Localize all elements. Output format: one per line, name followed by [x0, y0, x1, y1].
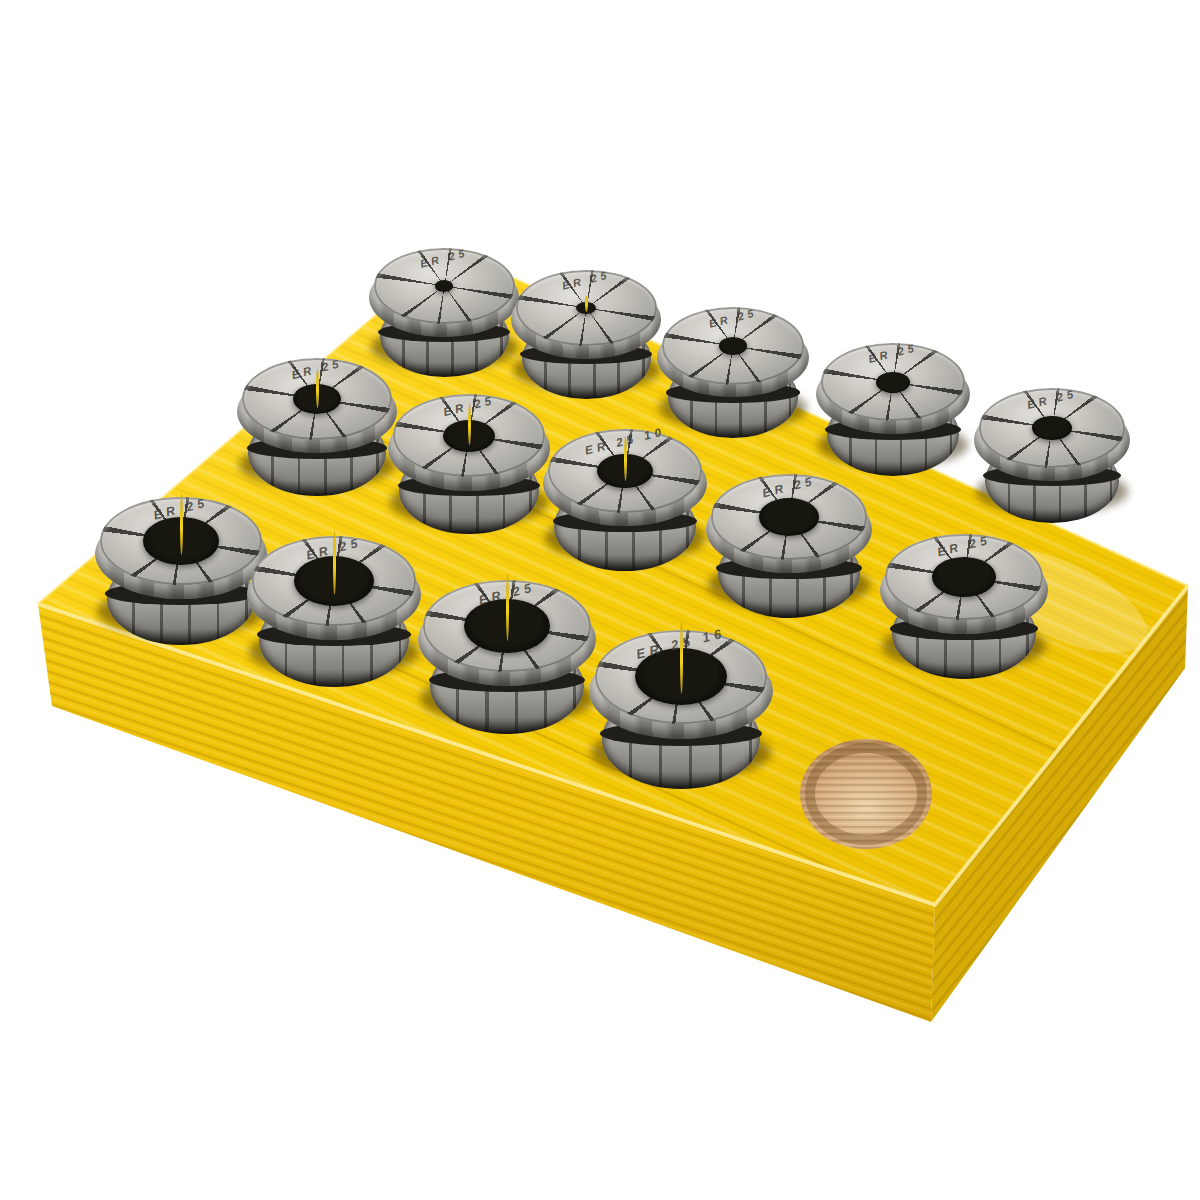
collet-r2c1: ER 25: [237, 358, 397, 502]
slot-gap-wood: [506, 573, 509, 642]
collet-layer: ER 25ER 25ER 25ER 25ER 25ER 25ER 25ER 25…: [0, 0, 1200, 1200]
collet-bore: [719, 337, 747, 354]
collet-r1c5: ER 25: [974, 388, 1130, 528]
collet-r3c1: ER 25: [95, 497, 267, 652]
slot-gap-wood: [680, 620, 683, 694]
collet-r1c2: ER 25: [511, 270, 661, 405]
collet-r3c2: ER 25: [247, 536, 421, 693]
collet-r3c3: ER 25: [418, 580, 596, 740]
collet-r2c2: ER 25: [388, 394, 550, 540]
collet-r2c5: ER 25: [880, 534, 1048, 685]
collet-bore: [435, 280, 453, 291]
collet-r2c4: ER 25: [706, 474, 872, 623]
product-photo: ER 25ER 25ER 25ER 25ER 25ER 25ER 25ER 25…: [0, 0, 1200, 1200]
collet-bore: [876, 372, 910, 393]
collet-r2c3: ER 25 10: [543, 429, 707, 577]
collet-bore: [1032, 416, 1072, 441]
collet-r1c4: ER 25: [816, 343, 970, 482]
slot-gap-wood: [585, 296, 588, 312]
collet-bore: [759, 498, 819, 535]
collet-bore: [932, 557, 996, 597]
collet-r3c4: ER 25 16: [589, 630, 773, 796]
